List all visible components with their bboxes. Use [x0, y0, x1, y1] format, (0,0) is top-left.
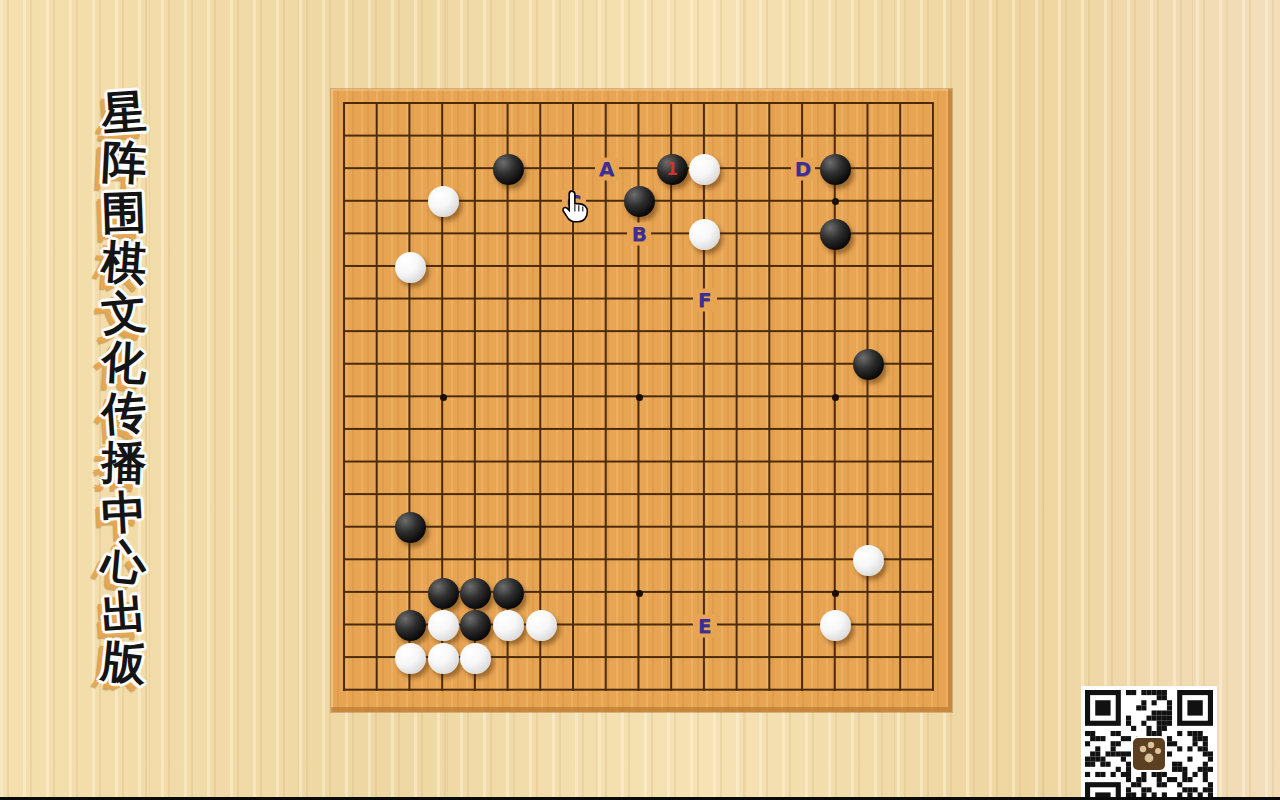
title-char: 棋	[94, 236, 153, 290]
hoshi-star-point	[636, 590, 643, 597]
white-stone-F3[interactable]	[493, 610, 524, 641]
qr-code	[1081, 686, 1217, 798]
title-char: 版	[94, 635, 155, 691]
title-char: 化	[95, 337, 154, 390]
white-stone-C14[interactable]	[395, 252, 426, 283]
title-char: 围	[95, 187, 153, 239]
title-char: 心	[94, 536, 154, 591]
black-stone-C3[interactable]	[395, 610, 426, 641]
black-stone-Q15[interactable]	[820, 219, 851, 250]
black-stone-F17[interactable]	[493, 154, 524, 185]
publisher-vertical-title: 星阵围棋文化传播中心出版	[96, 88, 152, 688]
option-label-D[interactable]: D	[791, 158, 815, 181]
title-char: 中	[95, 487, 154, 540]
move-number-marker: 1	[657, 154, 688, 185]
title-char: 文	[94, 286, 154, 341]
title-char: 传	[94, 386, 153, 440]
option-label-B[interactable]: B	[627, 223, 651, 246]
option-label-A[interactable]: A	[595, 158, 619, 181]
title-char: 播	[95, 437, 153, 489]
hoshi-star-point	[440, 394, 447, 401]
black-stone-D4[interactable]	[428, 578, 459, 609]
hoshi-star-point	[832, 590, 839, 597]
white-stone-C2[interactable]	[395, 643, 426, 674]
black-stone-Q17[interactable]	[820, 154, 851, 185]
black-stone-F4[interactable]	[493, 578, 524, 609]
white-stone-D16[interactable]	[428, 186, 459, 217]
hoshi-star-point	[636, 394, 643, 401]
title-char: 星	[94, 86, 153, 140]
cursor-hand-icon	[561, 190, 591, 224]
white-stone-D2[interactable]	[428, 643, 459, 674]
go-board[interactable]: 1ABCDEF	[331, 89, 952, 712]
black-stone-E4[interactable]	[460, 578, 491, 609]
white-stone-D3[interactable]	[428, 610, 459, 641]
title-char: 出	[94, 586, 153, 640]
white-stone-M17[interactable]	[689, 154, 720, 185]
white-stone-R5[interactable]	[853, 545, 884, 576]
option-label-E[interactable]: E	[693, 614, 717, 637]
title-char: 阵	[95, 137, 154, 190]
white-stone-G3[interactable]	[526, 610, 557, 641]
white-stone-E2[interactable]	[460, 643, 491, 674]
option-label-F[interactable]: F	[693, 288, 717, 311]
black-stone-L17[interactable]: 1	[657, 154, 688, 185]
